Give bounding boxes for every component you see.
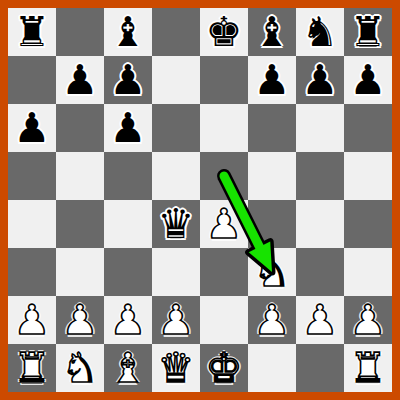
piece-white-pawn[interactable]: ♟: [254, 296, 291, 344]
piece-black-pawn[interactable]: ♟: [350, 56, 387, 104]
square-c3[interactable]: [104, 248, 152, 296]
square-f7[interactable]: ♟: [248, 56, 296, 104]
piece-black-king[interactable]: ♚: [206, 8, 243, 56]
square-d7[interactable]: [152, 56, 200, 104]
square-f1[interactable]: [248, 344, 296, 392]
chess-board: ♜♝♚♝♞♜♟♟♟♟♟♟♟♛♟♞♟♟♟♟♟♟♟♜♞♝♛♚♜: [8, 8, 392, 392]
square-a3[interactable]: [8, 248, 56, 296]
square-c2[interactable]: ♟: [104, 296, 152, 344]
square-g5[interactable]: [296, 152, 344, 200]
square-d1[interactable]: ♛: [152, 344, 200, 392]
square-e4[interactable]: ♟: [200, 200, 248, 248]
piece-white-king[interactable]: ♚: [206, 344, 243, 392]
piece-black-bishop[interactable]: ♝: [254, 8, 291, 56]
square-h2[interactable]: ♟: [344, 296, 392, 344]
square-f3[interactable]: ♞: [248, 248, 296, 296]
piece-white-rook[interactable]: ♜: [14, 344, 51, 392]
square-a7[interactable]: [8, 56, 56, 104]
square-g6[interactable]: [296, 104, 344, 152]
square-g8[interactable]: ♞: [296, 8, 344, 56]
square-c1[interactable]: ♝: [104, 344, 152, 392]
square-c8[interactable]: ♝: [104, 8, 152, 56]
piece-black-bishop[interactable]: ♝: [110, 8, 147, 56]
square-a1[interactable]: ♜: [8, 344, 56, 392]
piece-white-knight[interactable]: ♞: [62, 344, 99, 392]
square-g4[interactable]: [296, 200, 344, 248]
square-b4[interactable]: [56, 200, 104, 248]
square-d6[interactable]: [152, 104, 200, 152]
piece-black-pawn[interactable]: ♟: [110, 104, 147, 152]
piece-white-pawn[interactable]: ♟: [158, 296, 195, 344]
square-h4[interactable]: [344, 200, 392, 248]
piece-white-pawn[interactable]: ♟: [14, 296, 51, 344]
piece-black-pawn[interactable]: ♟: [254, 56, 291, 104]
square-a2[interactable]: ♟: [8, 296, 56, 344]
square-b2[interactable]: ♟: [56, 296, 104, 344]
piece-black-rook[interactable]: ♜: [14, 8, 51, 56]
square-a5[interactable]: [8, 152, 56, 200]
square-a8[interactable]: ♜: [8, 8, 56, 56]
piece-black-pawn[interactable]: ♟: [110, 56, 147, 104]
square-e6[interactable]: [200, 104, 248, 152]
square-e5[interactable]: [200, 152, 248, 200]
square-e2[interactable]: [200, 296, 248, 344]
square-e1[interactable]: ♚: [200, 344, 248, 392]
piece-black-knight[interactable]: ♞: [302, 8, 339, 56]
piece-white-queen[interactable]: ♛: [158, 344, 195, 392]
square-c4[interactable]: [104, 200, 152, 248]
piece-white-pawn[interactable]: ♟: [350, 296, 387, 344]
square-f6[interactable]: [248, 104, 296, 152]
square-g1[interactable]: [296, 344, 344, 392]
square-f5[interactable]: [248, 152, 296, 200]
square-b3[interactable]: [56, 248, 104, 296]
square-a6[interactable]: ♟: [8, 104, 56, 152]
piece-black-rook[interactable]: ♜: [350, 8, 387, 56]
square-h6[interactable]: [344, 104, 392, 152]
square-h5[interactable]: [344, 152, 392, 200]
piece-white-pawn[interactable]: ♟: [302, 296, 339, 344]
square-c7[interactable]: ♟: [104, 56, 152, 104]
square-b5[interactable]: [56, 152, 104, 200]
square-b7[interactable]: ♟: [56, 56, 104, 104]
square-e8[interactable]: ♚: [200, 8, 248, 56]
square-f2[interactable]: ♟: [248, 296, 296, 344]
square-d5[interactable]: [152, 152, 200, 200]
square-h8[interactable]: ♜: [344, 8, 392, 56]
piece-white-bishop[interactable]: ♝: [110, 344, 147, 392]
square-h7[interactable]: ♟: [344, 56, 392, 104]
square-f4[interactable]: [248, 200, 296, 248]
piece-white-knight[interactable]: ♞: [254, 248, 291, 296]
piece-white-pawn[interactable]: ♟: [206, 200, 243, 248]
square-g3[interactable]: [296, 248, 344, 296]
square-d2[interactable]: ♟: [152, 296, 200, 344]
chess-board-frame: ♜♝♚♝♞♜♟♟♟♟♟♟♟♛♟♞♟♟♟♟♟♟♟♜♞♝♛♚♜: [0, 0, 400, 400]
square-c5[interactable]: [104, 152, 152, 200]
square-h3[interactable]: [344, 248, 392, 296]
piece-black-pawn[interactable]: ♟: [62, 56, 99, 104]
piece-white-rook[interactable]: ♜: [350, 344, 387, 392]
square-e7[interactable]: [200, 56, 248, 104]
square-d4[interactable]: ♛: [152, 200, 200, 248]
square-f8[interactable]: ♝: [248, 8, 296, 56]
square-d3[interactable]: [152, 248, 200, 296]
square-g2[interactable]: ♟: [296, 296, 344, 344]
square-b6[interactable]: [56, 104, 104, 152]
square-d8[interactable]: [152, 8, 200, 56]
square-b8[interactable]: [56, 8, 104, 56]
piece-black-pawn[interactable]: ♟: [14, 104, 51, 152]
square-a4[interactable]: [8, 200, 56, 248]
square-b1[interactable]: ♞: [56, 344, 104, 392]
square-h1[interactable]: ♜: [344, 344, 392, 392]
piece-white-pawn[interactable]: ♟: [110, 296, 147, 344]
piece-black-pawn[interactable]: ♟: [302, 56, 339, 104]
square-g7[interactable]: ♟: [296, 56, 344, 104]
piece-white-pawn[interactable]: ♟: [62, 296, 99, 344]
square-e3[interactable]: [200, 248, 248, 296]
piece-black-queen[interactable]: ♛: [158, 200, 195, 248]
square-c6[interactable]: ♟: [104, 104, 152, 152]
